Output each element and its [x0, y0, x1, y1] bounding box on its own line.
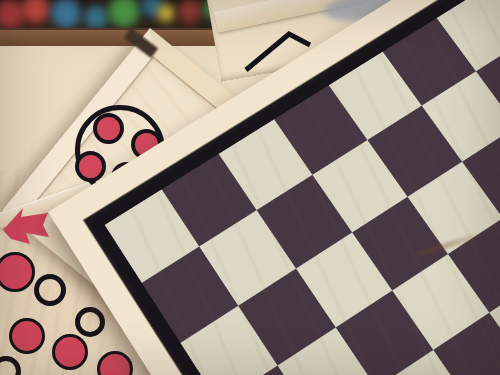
- ludo-track-circle-red: [52, 334, 88, 370]
- ludo-track-circle-empty: [75, 307, 105, 337]
- ludo-track-circle-empty: [34, 274, 66, 306]
- ludo-home-dot: [75, 151, 106, 182]
- ludo-home-dot: [93, 113, 124, 144]
- ludo-track-circle-red: [9, 318, 45, 354]
- board-photo-scene: [0, 0, 500, 375]
